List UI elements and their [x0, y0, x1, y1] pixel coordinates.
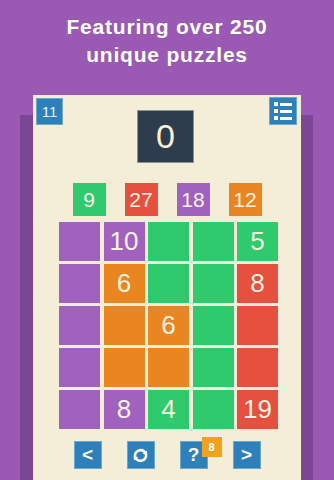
refresh-icon: [131, 446, 150, 465]
game-panel: 11 0 9 27 18 12 10 5 6 8 6: [33, 95, 301, 480]
grid-cell-r3c4[interactable]: [237, 348, 278, 387]
cell-number: 6: [117, 268, 131, 299]
tray-tile[interactable]: 12: [229, 183, 262, 216]
number-tray: 9 27 18 12: [33, 183, 301, 216]
cell-number: 6: [161, 310, 175, 341]
tray-tile[interactable]: 27: [125, 183, 158, 216]
grid-cell-r3c0[interactable]: [59, 348, 100, 387]
prev-puzzle-button[interactable]: <: [74, 441, 102, 469]
grid-cell-r3c2[interactable]: [148, 348, 189, 387]
grid-cell-r2c2[interactable]: 6: [148, 306, 189, 345]
grid-cell-r4c2[interactable]: 4: [148, 390, 189, 429]
tray-tile[interactable]: 9: [73, 183, 106, 216]
next-puzzle-button[interactable]: >: [233, 441, 261, 469]
cell-number: 10: [110, 226, 139, 257]
grid-cell-r4c1[interactable]: 8: [104, 390, 145, 429]
prev-chevron-icon: <: [82, 444, 93, 466]
tray-tile-value: 18: [181, 188, 204, 212]
restart-button[interactable]: [127, 441, 155, 469]
bottom-controls: < ? 8 >: [33, 441, 301, 469]
grid-cell-r2c0[interactable]: [59, 306, 100, 345]
question-mark-icon: ?: [188, 444, 200, 466]
grid-cell-r1c2[interactable]: [148, 264, 189, 303]
caption-line-2: unique puzzles: [0, 41, 334, 69]
grid-cell-r0c2[interactable]: [148, 222, 189, 261]
grid-cell-r4c3[interactable]: [193, 390, 234, 429]
cell-number: 5: [250, 226, 264, 257]
tray-tile-value: 9: [83, 188, 95, 212]
grid-cell-r1c3[interactable]: [193, 264, 234, 303]
grid-cell-r2c4[interactable]: [237, 306, 278, 345]
cell-number: 4: [161, 394, 175, 425]
caption-line-1: Featuring over 250: [0, 13, 334, 41]
level-number: 11: [42, 103, 58, 120]
target-value: 0: [156, 117, 175, 156]
grid-cell-r0c4[interactable]: 5: [237, 222, 278, 261]
grid-cell-r4c4[interactable]: 19: [237, 390, 278, 429]
hint-count-badge: 8: [202, 437, 222, 457]
target-tile: 0: [137, 110, 194, 163]
grid-cell-r1c4[interactable]: 8: [237, 264, 278, 303]
grid-cell-r2c3[interactable]: [193, 306, 234, 345]
hint-count: 8: [208, 441, 214, 453]
marketing-caption: Featuring over 250 unique puzzles: [0, 13, 334, 69]
cell-number: 19: [243, 394, 272, 425]
grid-cell-r1c1[interactable]: 6: [104, 264, 145, 303]
tray-tile[interactable]: 18: [177, 183, 210, 216]
next-chevron-icon: >: [241, 444, 252, 466]
level-badge: 11: [36, 98, 63, 125]
menu-button[interactable]: [269, 97, 297, 125]
grid-cell-r1c0[interactable]: [59, 264, 100, 303]
cell-number: 8: [117, 394, 131, 425]
cell-number: 8: [250, 268, 264, 299]
tray-tile-value: 27: [129, 188, 152, 212]
grid-cell-r0c0[interactable]: [59, 222, 100, 261]
grid-cell-r0c1[interactable]: 10: [104, 222, 145, 261]
hint-button[interactable]: ? 8: [180, 441, 208, 469]
grid-cell-r3c1[interactable]: [104, 348, 145, 387]
tray-tile-value: 12: [233, 188, 256, 212]
puzzle-grid: 10 5 6 8 6 8 4 19: [59, 222, 278, 429]
grid-cell-r3c3[interactable]: [193, 348, 234, 387]
grid-cell-r4c0[interactable]: [59, 390, 100, 429]
grid-cell-r0c3[interactable]: [193, 222, 234, 261]
grid-cell-r2c1[interactable]: [104, 306, 145, 345]
